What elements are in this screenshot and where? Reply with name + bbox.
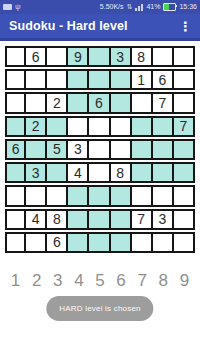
sudoku-cell-r5c4[interactable]: 3 (68, 139, 89, 160)
sudoku-cell-r2c4[interactable] (68, 69, 89, 90)
sudoku-cell-r1c5[interactable] (89, 46, 110, 67)
sudoku-cell-r3c5[interactable]: 6 (89, 92, 110, 113)
sudoku-cell-r9c2[interactable] (26, 232, 47, 253)
sudoku-cell-r7c5[interactable] (89, 185, 110, 206)
battery-icon (163, 3, 176, 11)
sudoku-cell-r4c3[interactable] (47, 116, 68, 137)
sudoku-cell-r3c1[interactable] (5, 92, 26, 113)
sudoku-cell-r2c2[interactable] (26, 69, 47, 90)
sudoku-cell-r8c7[interactable]: 7 (132, 209, 153, 230)
sudoku-cell-r7c8[interactable] (153, 185, 174, 206)
sudoku-cell-r6c2[interactable]: 3 (26, 162, 47, 183)
sudoku-cell-r8c6[interactable] (111, 209, 132, 230)
sudoku-cell-r3c4[interactable] (68, 92, 89, 113)
sudoku-cell-r2c8[interactable]: 6 (153, 69, 174, 90)
sudoku-cell-r8c9[interactable] (174, 209, 195, 230)
sudoku-cell-r7c3[interactable] (47, 185, 68, 206)
sudoku-cell-r6c4[interactable]: 4 (68, 162, 89, 183)
clock: 15:36 (179, 0, 197, 14)
sudoku-cell-r4c9[interactable]: 7 (174, 116, 195, 137)
sudoku-cell-r9c1[interactable] (5, 232, 26, 253)
sudoku-cell-r1c4[interactable]: 9 (68, 46, 89, 67)
sudoku-cell-r6c5[interactable] (89, 162, 110, 183)
sudoku-cell-r4c8[interactable] (153, 116, 174, 137)
numpad-key-3[interactable]: 3 (47, 268, 68, 294)
sudoku-cell-r7c2[interactable] (26, 185, 47, 206)
sudoku-cell-r1c3[interactable] (47, 46, 68, 67)
sudoku-cell-r6c3[interactable] (47, 162, 68, 183)
sudoku-cell-r9c8[interactable] (153, 232, 174, 253)
sudoku-cell-r3c3[interactable]: 2 (47, 92, 68, 113)
toast-message: HARD level is chosen (46, 296, 153, 321)
numpad-key-5[interactable]: 5 (89, 268, 110, 294)
sudoku-cell-r1c6[interactable]: 3 (111, 46, 132, 67)
sudoku-cell-r8c2[interactable]: 4 (26, 209, 47, 230)
sudoku-cell-r4c2[interactable]: 2 (26, 116, 47, 137)
sudoku-cell-r6c7[interactable] (132, 162, 153, 183)
overflow-menu-icon[interactable]: ⋮ (179, 20, 192, 33)
sudoku-cell-r5c1[interactable]: 6 (5, 139, 26, 160)
numpad-key-4[interactable]: 4 (68, 268, 89, 294)
sudoku-cell-r6c6[interactable]: 8 (111, 162, 132, 183)
numpad-key-2[interactable]: 2 (26, 268, 47, 294)
sudoku-cell-r4c4[interactable] (68, 116, 89, 137)
sudoku-cell-r5c6[interactable] (111, 139, 132, 160)
sudoku-cell-r1c8[interactable] (153, 46, 174, 67)
page-title: Sudoku - Hard level (9, 19, 128, 33)
app-bar: Sudoku - Hard level ⋮ (0, 14, 200, 41)
sudoku-cell-r7c1[interactable] (5, 185, 26, 206)
sudoku-cell-r8c4[interactable] (68, 209, 89, 230)
sudoku-cell-r2c7[interactable]: 1 (132, 69, 153, 90)
sudoku-cell-r1c1[interactable] (5, 46, 26, 67)
signal-icon (135, 4, 143, 11)
sudoku-cell-r5c8[interactable] (153, 139, 174, 160)
sudoku-board: 6938162672765334848736 (5, 46, 195, 253)
numpad-key-7[interactable]: 7 (132, 268, 153, 294)
sudoku-cell-r2c9[interactable] (174, 69, 195, 90)
status-bar: ψ 5.50K/s ⇅ 41% 15:36 (0, 0, 200, 14)
sudoku-cell-r2c3[interactable] (47, 69, 68, 90)
sudoku-cell-r5c9[interactable] (174, 139, 195, 160)
sudoku-cell-r8c1[interactable] (5, 209, 26, 230)
sudoku-cell-r3c6[interactable] (111, 92, 132, 113)
battery-percent: 41% (146, 0, 160, 14)
sudoku-cell-r3c2[interactable] (26, 92, 47, 113)
sudoku-cell-r9c4[interactable] (68, 232, 89, 253)
sudoku-cell-r7c9[interactable] (174, 185, 195, 206)
sudoku-cell-r9c9[interactable] (174, 232, 195, 253)
sudoku-cell-r8c8[interactable]: 3 (153, 209, 174, 230)
sudoku-cell-r7c7[interactable] (132, 185, 153, 206)
sudoku-cell-r8c3[interactable]: 8 (47, 209, 68, 230)
screenshot-icon (3, 4, 12, 10)
sudoku-cell-r3c8[interactable]: 7 (153, 92, 174, 113)
numpad-key-9[interactable]: 9 (174, 268, 195, 294)
sudoku-cell-r6c9[interactable] (174, 162, 195, 183)
sudoku-cell-r5c5[interactable] (89, 139, 110, 160)
sudoku-cell-r4c1[interactable] (5, 116, 26, 137)
sudoku-cell-r5c3[interactable]: 5 (47, 139, 68, 160)
sudoku-cell-r9c7[interactable] (132, 232, 153, 253)
sudoku-cell-r2c5[interactable] (89, 69, 110, 90)
sudoku-cell-r8c5[interactable] (89, 209, 110, 230)
sudoku-cell-r7c4[interactable] (68, 185, 89, 206)
sudoku-cell-r1c9[interactable] (174, 46, 195, 67)
sudoku-cell-r6c1[interactable] (5, 162, 26, 183)
numpad-key-8[interactable]: 8 (153, 268, 174, 294)
network-speed: 5.50K/s (100, 0, 124, 14)
sudoku-cell-r5c2[interactable] (26, 139, 47, 160)
numpad-key-6[interactable]: 6 (111, 268, 132, 294)
sudoku-cell-r9c6[interactable] (111, 232, 132, 253)
sudoku-cell-r1c2[interactable]: 6 (26, 46, 47, 67)
sudoku-cell-r7c6[interactable] (111, 185, 132, 206)
sudoku-cell-r9c5[interactable] (89, 232, 110, 253)
sudoku-cell-r3c9[interactable] (174, 92, 195, 113)
sudoku-cell-r5c7[interactable] (132, 139, 153, 160)
sudoku-cell-r9c3[interactable]: 6 (47, 232, 68, 253)
usb-icon: ψ (15, 0, 21, 14)
sudoku-cell-r4c5[interactable] (89, 116, 110, 137)
sudoku-cell-r2c1[interactable] (5, 69, 26, 90)
numpad-key-1[interactable]: 1 (5, 268, 26, 294)
sudoku-cell-r3c7[interactable] (132, 92, 153, 113)
sudoku-cell-r1c7[interactable]: 8 (132, 46, 153, 67)
data-sync-icon: ⇅ (127, 0, 133, 14)
sudoku-cell-r4c7[interactable] (132, 116, 153, 137)
sudoku-cell-r2c6[interactable] (111, 69, 132, 90)
sudoku-cell-r4c6[interactable] (111, 116, 132, 137)
sudoku-cell-r6c8[interactable] (153, 162, 174, 183)
number-pad: 123456789 (5, 268, 195, 294)
